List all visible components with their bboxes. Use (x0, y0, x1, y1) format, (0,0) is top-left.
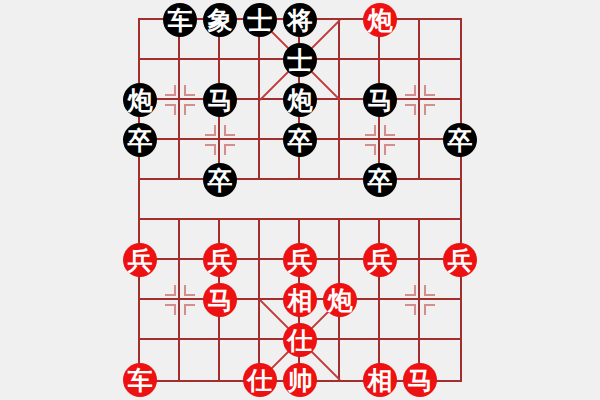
piece-red-soldier[interactable]: 兵 (203, 243, 237, 277)
xiangqi-board: 车象士将炮士炮马炮马卒卒卒卒卒兵兵兵兵兵马相炮仕车仕帅相马 (140, 20, 460, 380)
piece-black-horse[interactable]: 马 (363, 83, 397, 117)
piece-red-soldier[interactable]: 兵 (283, 243, 317, 277)
piece-black-elephant[interactable]: 象 (203, 3, 237, 37)
piece-red-soldier[interactable]: 兵 (443, 243, 477, 277)
piece-black-horse[interactable]: 马 (203, 83, 237, 117)
piece-red-cannon[interactable]: 炮 (323, 283, 357, 317)
piece-black-rook[interactable]: 车 (163, 3, 197, 37)
piece-red-horse[interactable]: 马 (403, 363, 437, 397)
piece-black-general[interactable]: 将 (283, 3, 317, 37)
piece-red-general[interactable]: 帅 (283, 363, 317, 397)
piece-red-horse[interactable]: 马 (203, 283, 237, 317)
piece-red-cannon[interactable]: 炮 (363, 3, 397, 37)
piece-black-cannon[interactable]: 炮 (283, 83, 317, 117)
piece-black-advisor[interactable]: 士 (283, 43, 317, 77)
piece-black-soldier[interactable]: 卒 (203, 163, 237, 197)
piece-red-rook[interactable]: 车 (123, 363, 157, 397)
piece-black-soldier[interactable]: 卒 (363, 163, 397, 197)
piece-red-soldier[interactable]: 兵 (123, 243, 157, 277)
piece-red-elephant[interactable]: 相 (283, 283, 317, 317)
piece-red-elephant[interactable]: 相 (363, 363, 397, 397)
piece-black-soldier[interactable]: 卒 (123, 123, 157, 157)
piece-red-advisor[interactable]: 仕 (283, 323, 317, 357)
piece-black-soldier[interactable]: 卒 (283, 123, 317, 157)
pieces-layer: 车象士将炮士炮马炮马卒卒卒卒卒兵兵兵兵兵马相炮仕车仕帅相马 (140, 20, 460, 380)
xiangqi-diagram: 车象士将炮士炮马炮马卒卒卒卒卒兵兵兵兵兵马相炮仕车仕帅相马 (0, 0, 600, 400)
piece-black-soldier[interactable]: 卒 (443, 123, 477, 157)
piece-black-cannon[interactable]: 炮 (123, 83, 157, 117)
piece-red-advisor[interactable]: 仕 (243, 363, 277, 397)
piece-black-advisor[interactable]: 士 (243, 3, 277, 37)
piece-red-soldier[interactable]: 兵 (363, 243, 397, 277)
